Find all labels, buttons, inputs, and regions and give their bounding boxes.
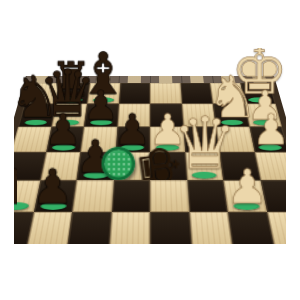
chess-board: ♜♝♚♞♛♟♞♟♟♟♟♟♟♚♛♟♟♟ <box>14 76 286 244</box>
square-f3[interactable] <box>189 212 233 244</box>
square-g4[interactable]: ♟ <box>223 180 266 212</box>
square-d5[interactable]: ♚ <box>113 152 150 180</box>
square-b4[interactable]: ♟ <box>33 180 76 212</box>
square-b3[interactable] <box>26 212 72 244</box>
chessboard-photo: ♜♝♚♞♛♟♞♟♟♟♟♟♟♚♛♟♟♟ <box>14 48 286 244</box>
square-e3[interactable] <box>150 212 191 244</box>
square-c4[interactable] <box>72 180 113 212</box>
white-pawn-g4[interactable]: ♟ <box>226 164 268 211</box>
photo-canvas: ♜♝♚♞♛♟♞♟♟♟♟♟♟♚♛♟♟♟ <box>0 0 300 300</box>
green-felt-base <box>101 147 135 181</box>
square-f4[interactable] <box>187 180 228 212</box>
square-d3[interactable] <box>109 212 150 244</box>
board-grid: ♜♝♚♞♛♟♞♟♟♟♟♟♟♚♛♟♟♟ <box>14 83 286 244</box>
white-pawn-h6[interactable]: ♟ <box>252 109 286 151</box>
square-d4[interactable] <box>111 180 150 212</box>
square-c3[interactable] <box>67 212 111 244</box>
black-pawn-b4[interactable]: ♟ <box>32 164 74 211</box>
perspective-scene: ♜♝♚♞♛♟♞♟♟♟♟♟♟♚♛♟♟♟ <box>14 48 286 244</box>
square-h6[interactable]: ♟ <box>249 127 286 152</box>
black-king-fallen[interactable]: ♚ <box>101 128 188 180</box>
square-e4[interactable] <box>150 180 189 212</box>
